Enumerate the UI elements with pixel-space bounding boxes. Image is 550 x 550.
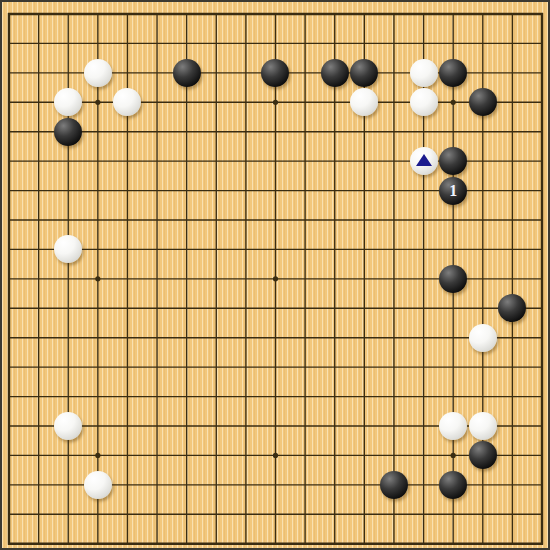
stone-white-P14[interactable] <box>410 147 438 175</box>
stone-white-C16[interactable] <box>54 88 82 116</box>
board-intersections[interactable]: 1 <box>0 0 550 550</box>
stone-black-R4[interactable] <box>469 441 497 469</box>
move-number-label: 1 <box>449 183 457 199</box>
go-board: 1 <box>0 0 550 550</box>
stone-black-M17[interactable] <box>321 59 349 87</box>
triangle-mark-icon <box>416 154 432 166</box>
stone-black-C15[interactable] <box>54 118 82 146</box>
stone-white-C5[interactable] <box>54 412 82 440</box>
stone-white-D17[interactable] <box>84 59 112 87</box>
stone-white-C11[interactable] <box>54 235 82 263</box>
stone-black-Q17[interactable] <box>439 59 467 87</box>
stone-white-D3[interactable] <box>84 471 112 499</box>
stone-black-N17[interactable] <box>350 59 378 87</box>
stone-white-R8[interactable] <box>469 324 497 352</box>
stone-black-Q10[interactable] <box>439 265 467 293</box>
stone-black-G17[interactable] <box>173 59 201 87</box>
stone-black-Q14[interactable] <box>439 147 467 175</box>
stone-white-P17[interactable] <box>410 59 438 87</box>
stone-white-E16[interactable] <box>113 88 141 116</box>
stone-black-Q3[interactable] <box>439 471 467 499</box>
stone-black-K17[interactable] <box>261 59 289 87</box>
stone-white-Q5[interactable] <box>439 412 467 440</box>
stone-black-O3[interactable] <box>380 471 408 499</box>
stone-black-S9[interactable] <box>498 294 526 322</box>
stone-white-N16[interactable] <box>350 88 378 116</box>
stone-black-R16[interactable] <box>469 88 497 116</box>
stone-white-R5[interactable] <box>469 412 497 440</box>
stone-black-Q13[interactable]: 1 <box>439 177 467 205</box>
stone-white-P16[interactable] <box>410 88 438 116</box>
